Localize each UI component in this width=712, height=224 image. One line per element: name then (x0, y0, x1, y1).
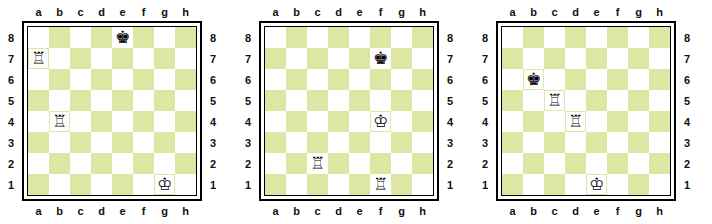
file-label-h: h (649, 205, 670, 217)
square-h8[interactable] (412, 27, 433, 48)
rank-labels-right: 87654321 (202, 27, 224, 195)
rank-label-1: 1 (245, 179, 251, 191)
square-d1[interactable] (565, 174, 586, 195)
rank-label-3: 3 (245, 137, 251, 149)
rank-label-7: 7 (8, 53, 14, 65)
rank-label-7: 7 (482, 53, 488, 65)
file-label-c: c (307, 6, 328, 18)
square-e7[interactable] (586, 48, 607, 69)
file-label-c: c (307, 205, 328, 217)
rank-label-5: 5 (8, 95, 14, 107)
square-f8[interactable] (370, 27, 391, 48)
square-e4[interactable] (349, 111, 370, 132)
square-b8[interactable] (523, 27, 544, 48)
square-b1[interactable] (49, 174, 70, 195)
piece-white-rook[interactable]: ♖ (566, 112, 585, 131)
square-f2[interactable] (133, 153, 154, 174)
square-h2[interactable] (412, 153, 433, 174)
square-f4[interactable] (607, 111, 628, 132)
square-g6[interactable] (628, 69, 649, 90)
square-g8[interactable] (391, 27, 412, 48)
square-e1[interactable] (112, 174, 133, 195)
square-d4[interactable] (91, 111, 112, 132)
square-e8[interactable]: ♚ (112, 27, 133, 48)
piece-white-rook[interactable]: ♖ (308, 154, 327, 173)
rank-label-6: 6 (482, 74, 488, 86)
square-f2[interactable] (607, 153, 628, 174)
file-labels-top: abcdefgh (265, 2, 474, 21)
file-label-f: f (607, 205, 628, 217)
square-h3[interactable] (649, 132, 670, 153)
square-d7[interactable] (565, 48, 586, 69)
file-label-e: e (586, 6, 607, 18)
file-label-e: e (349, 205, 370, 217)
square-g4[interactable] (154, 111, 175, 132)
square-e3[interactable] (586, 132, 607, 153)
square-g5[interactable] (391, 90, 412, 111)
file-label-b: b (49, 205, 70, 217)
file-label-a: a (502, 205, 523, 217)
square-f6[interactable] (607, 69, 628, 90)
square-a5[interactable] (502, 90, 523, 111)
file-label-g: g (628, 205, 649, 217)
square-e4[interactable] (586, 111, 607, 132)
rank-label-7: 7 (245, 53, 251, 65)
square-d5[interactable] (91, 90, 112, 111)
file-label-b: b (286, 6, 307, 18)
file-label-h: h (412, 205, 433, 217)
rank-label-5: 5 (210, 95, 216, 107)
rank-label-5: 5 (245, 95, 251, 107)
rank-labels-right: 87654321 (676, 27, 698, 195)
square-b1[interactable] (523, 174, 544, 195)
square-d3[interactable] (91, 132, 112, 153)
square-h2[interactable] (175, 153, 196, 174)
square-h5[interactable] (649, 90, 670, 111)
square-h1[interactable] (649, 174, 670, 195)
square-g3[interactable] (154, 132, 175, 153)
square-c3[interactable] (307, 132, 328, 153)
rank-label-8: 8 (245, 32, 251, 44)
file-label-b: b (523, 205, 544, 217)
square-a8[interactable] (502, 27, 523, 48)
square-e3[interactable] (112, 132, 133, 153)
square-f7[interactable] (133, 48, 154, 69)
square-d6[interactable] (565, 69, 586, 90)
board-frame: ♚♔♖♖ (259, 21, 439, 201)
square-e5[interactable] (586, 90, 607, 111)
file-labels-top: abcdefgh (28, 2, 237, 21)
square-b6[interactable] (49, 69, 70, 90)
square-a5[interactable] (28, 90, 49, 111)
file-labels-top: abcdefgh (502, 2, 711, 21)
square-f8[interactable] (133, 27, 154, 48)
square-h6[interactable] (649, 69, 670, 90)
square-a1[interactable] (502, 174, 523, 195)
rank-label-2: 2 (684, 158, 690, 170)
square-e4[interactable] (112, 111, 133, 132)
square-d2[interactable] (91, 153, 112, 174)
square-e6[interactable] (349, 69, 370, 90)
file-label-d: d (91, 205, 112, 217)
file-label-h: h (175, 205, 196, 217)
square-d6[interactable] (91, 69, 112, 90)
rank-label-4: 4 (210, 116, 216, 128)
square-f1[interactable] (607, 174, 628, 195)
square-c7[interactable] (307, 48, 328, 69)
rank-label-2: 2 (482, 158, 488, 170)
square-d4[interactable]: ♖ (565, 111, 586, 132)
rank-label-4: 4 (482, 116, 488, 128)
square-f8[interactable] (607, 27, 628, 48)
square-b7[interactable] (286, 48, 307, 69)
rank-label-5: 5 (684, 95, 690, 107)
square-g3[interactable] (391, 132, 412, 153)
file-label-a: a (502, 6, 523, 18)
square-f3[interactable] (607, 132, 628, 153)
square-f5[interactable] (133, 90, 154, 111)
square-f3[interactable] (370, 132, 391, 153)
square-g4[interactable] (628, 111, 649, 132)
file-label-d: d (328, 205, 349, 217)
square-c6[interactable] (307, 69, 328, 90)
square-h2[interactable] (649, 153, 670, 174)
file-label-c: c (544, 205, 565, 217)
file-label-f: f (133, 205, 154, 217)
square-g2[interactable] (628, 153, 649, 174)
square-e2[interactable] (586, 153, 607, 174)
square-e6[interactable] (112, 69, 133, 90)
piece-black-king[interactable]: ♚ (524, 70, 543, 89)
square-a7[interactable] (502, 48, 523, 69)
file-label-d: d (565, 6, 586, 18)
rank-label-8: 8 (447, 32, 453, 44)
square-c8[interactable] (544, 27, 565, 48)
square-c6[interactable] (70, 69, 91, 90)
square-a1[interactable] (28, 174, 49, 195)
square-e3[interactable] (349, 132, 370, 153)
square-g4[interactable] (391, 111, 412, 132)
square-d8[interactable] (328, 27, 349, 48)
square-e8[interactable] (349, 27, 370, 48)
square-g7[interactable] (628, 48, 649, 69)
square-f7[interactable]: ♚ (370, 48, 391, 69)
rank-label-4: 4 (245, 116, 251, 128)
square-f4[interactable] (133, 111, 154, 132)
file-label-g: g (391, 205, 412, 217)
square-c4[interactable] (307, 111, 328, 132)
board-frame: ♚♖♖♔ (22, 21, 202, 201)
square-b4[interactable] (523, 111, 544, 132)
square-c7[interactable] (544, 48, 565, 69)
square-a2[interactable] (28, 153, 49, 174)
square-g6[interactable] (391, 69, 412, 90)
square-h6[interactable] (412, 69, 433, 90)
square-d4[interactable] (328, 111, 349, 132)
square-c8[interactable] (70, 27, 91, 48)
square-b1[interactable] (286, 174, 307, 195)
rank-label-7: 7 (684, 53, 690, 65)
square-b4[interactable] (286, 111, 307, 132)
square-b8[interactable] (286, 27, 307, 48)
rank-label-4: 4 (447, 116, 453, 128)
file-label-f: f (607, 6, 628, 18)
square-c2[interactable] (544, 153, 565, 174)
square-h8[interactable] (175, 27, 196, 48)
piece-white-rook[interactable]: ♖ (29, 49, 48, 68)
square-e2[interactable] (112, 153, 133, 174)
square-c6[interactable] (544, 69, 565, 90)
rank-label-3: 3 (684, 137, 690, 149)
square-b7[interactable] (523, 48, 544, 69)
file-label-c: c (544, 6, 565, 18)
file-label-d: d (328, 6, 349, 18)
file-label-g: g (154, 6, 175, 18)
square-f6[interactable] (133, 69, 154, 90)
square-g8[interactable] (628, 27, 649, 48)
file-label-e: e (112, 205, 133, 217)
square-a2[interactable] (502, 153, 523, 174)
square-g2[interactable] (154, 153, 175, 174)
square-h8[interactable] (649, 27, 670, 48)
rank-label-1: 1 (684, 179, 690, 191)
rank-label-1: 1 (210, 179, 216, 191)
square-c5[interactable] (70, 90, 91, 111)
square-a4[interactable] (265, 111, 286, 132)
file-label-a: a (265, 205, 286, 217)
square-c8[interactable] (307, 27, 328, 48)
square-g1[interactable] (391, 174, 412, 195)
square-f5[interactable] (370, 90, 391, 111)
rank-label-1: 1 (482, 179, 488, 191)
square-c1[interactable] (544, 174, 565, 195)
square-a7[interactable] (265, 48, 286, 69)
square-b5[interactable] (286, 90, 307, 111)
square-f7[interactable] (607, 48, 628, 69)
square-c4[interactable] (70, 111, 91, 132)
square-c2[interactable]: ♖ (307, 153, 328, 174)
rank-label-1: 1 (447, 179, 453, 191)
rank-label-8: 8 (482, 32, 488, 44)
file-label-f: f (370, 205, 391, 217)
square-f3[interactable] (133, 132, 154, 153)
square-h5[interactable] (412, 90, 433, 111)
file-labels-bottom: abcdefgh (28, 201, 237, 220)
square-h3[interactable] (412, 132, 433, 153)
square-b7[interactable] (49, 48, 70, 69)
square-e7[interactable] (112, 48, 133, 69)
square-e5[interactable] (112, 90, 133, 111)
square-c2[interactable] (70, 153, 91, 174)
square-h5[interactable] (175, 90, 196, 111)
square-a7[interactable]: ♖ (28, 48, 49, 69)
file-label-f: f (133, 6, 154, 18)
square-c5[interactable]: ♖ (544, 90, 565, 111)
rank-label-6: 6 (245, 74, 251, 86)
chess-diagrams-strip: abcdefgh 87654321 ♚♖♖♔ 87654321 abcdefgh… (0, 0, 712, 224)
square-d2[interactable] (328, 153, 349, 174)
square-b3[interactable] (523, 132, 544, 153)
rank-labels-left: 87654321 (237, 27, 259, 195)
file-label-d: d (565, 205, 586, 217)
square-e8[interactable] (586, 27, 607, 48)
square-d5[interactable] (565, 90, 586, 111)
file-label-e: e (349, 6, 370, 18)
square-c3[interactable] (70, 132, 91, 153)
rank-label-4: 4 (684, 116, 690, 128)
square-a6[interactable] (28, 69, 49, 90)
square-b4[interactable]: ♖ (49, 111, 70, 132)
square-h3[interactable] (175, 132, 196, 153)
rank-label-7: 7 (447, 53, 453, 65)
square-e1[interactable]: ♔ (586, 174, 607, 195)
piece-white-rook[interactable]: ♖ (50, 112, 69, 131)
square-d8[interactable] (91, 27, 112, 48)
square-b3[interactable] (49, 132, 70, 153)
square-b5[interactable] (523, 90, 544, 111)
square-g7[interactable] (154, 48, 175, 69)
square-h1[interactable] (175, 174, 196, 195)
square-f1[interactable]: ♖ (370, 174, 391, 195)
file-label-e: e (112, 6, 133, 18)
square-h7[interactable] (175, 48, 196, 69)
square-g1[interactable] (628, 174, 649, 195)
square-c1[interactable] (307, 174, 328, 195)
rank-label-6: 6 (8, 74, 14, 86)
chess-board-2: ♚♔♖♖ (264, 26, 434, 196)
file-labels-bottom: abcdefgh (502, 201, 711, 220)
file-label-h: h (649, 6, 670, 18)
square-b5[interactable] (49, 90, 70, 111)
piece-white-king[interactable]: ♔ (155, 175, 174, 194)
square-g1[interactable]: ♔ (154, 174, 175, 195)
square-h4[interactable] (412, 111, 433, 132)
square-b2[interactable] (49, 153, 70, 174)
square-h4[interactable] (175, 111, 196, 132)
piece-black-king[interactable]: ♚ (113, 28, 132, 47)
square-a5[interactable] (265, 90, 286, 111)
square-d5[interactable] (328, 90, 349, 111)
rank-label-3: 3 (447, 137, 453, 149)
piece-black-king[interactable]: ♚ (371, 49, 390, 68)
square-d7[interactable] (328, 48, 349, 69)
square-a2[interactable] (265, 153, 286, 174)
file-label-c: c (70, 205, 91, 217)
chess-board-3: ♚♖♖♔ (501, 26, 671, 196)
square-a1[interactable] (265, 174, 286, 195)
square-d6[interactable] (328, 69, 349, 90)
square-a3[interactable] (502, 132, 523, 153)
file-labels-bottom: abcdefgh (265, 201, 474, 220)
square-g5[interactable] (628, 90, 649, 111)
square-a6[interactable] (265, 69, 286, 90)
square-a4[interactable] (28, 111, 49, 132)
file-label-b: b (286, 205, 307, 217)
square-e7[interactable] (349, 48, 370, 69)
chess-diagram-2: abcdefgh 87654321 ♚♔♖♖ 87654321 abcdefgh (237, 0, 474, 224)
square-c5[interactable] (307, 90, 328, 111)
square-e6[interactable] (586, 69, 607, 90)
square-h7[interactable] (412, 48, 433, 69)
square-g8[interactable] (154, 27, 175, 48)
square-e2[interactable] (349, 153, 370, 174)
rank-label-5: 5 (447, 95, 453, 107)
square-g3[interactable] (628, 132, 649, 153)
square-h6[interactable] (175, 69, 196, 90)
square-e5[interactable] (349, 90, 370, 111)
file-label-d: d (91, 6, 112, 18)
piece-white-rook[interactable]: ♖ (371, 175, 390, 194)
square-g2[interactable] (391, 153, 412, 174)
square-d8[interactable] (565, 27, 586, 48)
square-f5[interactable] (607, 90, 628, 111)
square-b2[interactable] (523, 153, 544, 174)
file-label-g: g (391, 6, 412, 18)
rank-label-3: 3 (8, 137, 14, 149)
square-d2[interactable] (565, 153, 586, 174)
square-b8[interactable] (49, 27, 70, 48)
rank-label-8: 8 (8, 32, 14, 44)
square-a3[interactable] (28, 132, 49, 153)
rank-label-6: 6 (447, 74, 453, 86)
square-d3[interactable] (565, 132, 586, 153)
square-b2[interactable] (286, 153, 307, 174)
rank-labels-left: 87654321 (0, 27, 22, 195)
file-label-h: h (412, 6, 433, 18)
piece-white-king[interactable]: ♔ (371, 112, 390, 131)
square-g5[interactable] (154, 90, 175, 111)
square-h7[interactable] (649, 48, 670, 69)
square-c7[interactable] (70, 48, 91, 69)
square-a3[interactable] (265, 132, 286, 153)
piece-white-king[interactable]: ♔ (587, 175, 606, 194)
square-a6[interactable] (502, 69, 523, 90)
square-g7[interactable] (391, 48, 412, 69)
chess-diagram-3: abcdefgh 87654321 ♚♖♖♔ 87654321 abcdefgh (474, 0, 711, 224)
square-d1[interactable] (91, 174, 112, 195)
square-b3[interactable] (286, 132, 307, 153)
rank-label-2: 2 (245, 158, 251, 170)
square-d7[interactable] (91, 48, 112, 69)
square-c3[interactable] (544, 132, 565, 153)
square-g6[interactable] (154, 69, 175, 90)
file-label-b: b (49, 6, 70, 18)
file-label-a: a (28, 205, 49, 217)
square-a8[interactable] (28, 27, 49, 48)
file-label-g: g (154, 205, 175, 217)
square-f4[interactable]: ♔ (370, 111, 391, 132)
square-a8[interactable] (265, 27, 286, 48)
board-frame: ♚♖♖♔ (496, 21, 676, 201)
square-f2[interactable] (370, 153, 391, 174)
square-e1[interactable] (349, 174, 370, 195)
square-h4[interactable] (649, 111, 670, 132)
file-label-g: g (628, 6, 649, 18)
square-f6[interactable] (370, 69, 391, 90)
square-f1[interactable] (133, 174, 154, 195)
piece-white-rook[interactable]: ♖ (545, 91, 564, 110)
file-label-h: h (175, 6, 196, 18)
square-d3[interactable] (328, 132, 349, 153)
square-d1[interactable] (328, 174, 349, 195)
square-c1[interactable] (70, 174, 91, 195)
square-a4[interactable] (502, 111, 523, 132)
square-b6[interactable]: ♚ (523, 69, 544, 90)
square-b6[interactable] (286, 69, 307, 90)
rank-label-6: 6 (684, 74, 690, 86)
square-h1[interactable] (412, 174, 433, 195)
square-c4[interactable] (544, 111, 565, 132)
